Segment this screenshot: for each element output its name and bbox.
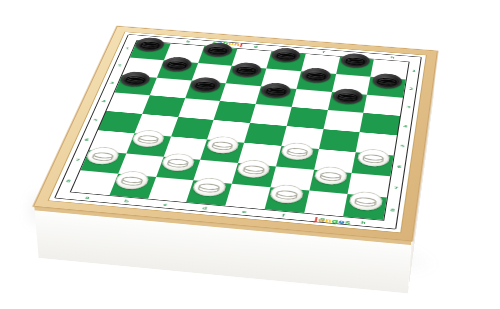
coordinate-label: e [242,210,247,214]
black-checker: ⛂ [371,73,403,90]
coordinate-label: 8 [65,179,71,183]
white-checker: ⛀ [84,146,122,165]
coordinate-label: b [186,40,191,43]
board-top-face: abcdefgh abcdefgh 12345678 12345678 Jung… [34,27,437,241]
square-f8: ⛀ [264,187,308,213]
square-g8 [304,191,348,217]
coordinate-label: h [390,56,395,59]
product-photo: abcdefgh abcdefgh 12345678 12345678 Jung… [0,0,500,309]
black-checker: ⛂ [230,62,263,79]
square-d3 [220,83,261,104]
coordinate-label: 3 [109,81,114,84]
white-checker: ⛀ [236,159,272,179]
white-checker: ⛀ [280,142,315,161]
white-checker: ⛀ [269,183,305,204]
coordinate-label: 7 [75,158,81,162]
square-a5 [98,111,142,133]
coordinate-label: d [253,45,258,48]
coordinate-label: 4 [101,99,106,102]
black-checker: ⛂ [270,47,302,63]
coordinate-label: 3 [406,105,411,108]
white-checker: ⛀ [313,166,348,186]
white-checker: ⛀ [190,177,227,198]
black-checker: ⛂ [331,88,364,105]
game-box: abcdefgh abcdefgh 12345678 12345678 Jung… [34,27,437,241]
black-checker: ⛂ [300,67,332,84]
white-checker: ⛀ [348,190,384,211]
coordinate-label: 8 [390,208,395,212]
coordinate-label: g [355,53,360,56]
white-checker: ⛀ [113,170,151,190]
square-b8: ⛀ [109,174,155,199]
coordinate-label: 2 [409,87,414,90]
coordinate-label: 1 [125,47,130,50]
coordinate-label: 7 [393,186,398,190]
coordinate-label: f [322,51,325,54]
white-checker: ⛀ [356,148,390,168]
black-checker: ⛂ [259,82,292,99]
square-d8: ⛀ [186,180,231,205]
coordinate-label: 5 [93,118,98,121]
square-g5 [318,129,359,152]
coordinate-label: e [288,48,293,51]
coordinate-label: 1 [412,69,416,72]
square-e3: ⛂ [256,86,297,107]
square-h8: ⛀ [343,194,386,220]
black-checker: ⛂ [201,42,234,58]
coordinate-label: 6 [84,138,90,142]
coordinate-label: c [220,43,224,46]
square-e8 [225,184,270,209]
